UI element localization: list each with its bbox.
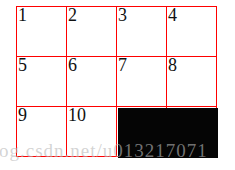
cell-number: 7 [118, 55, 127, 77]
watermark-text: og.csdn.net/u013217071 [0, 141, 208, 160]
cell-number: 10 [68, 105, 86, 127]
grid-cell-8: 8 [167, 57, 217, 107]
grid-cell-6: 6 [67, 57, 117, 107]
cell-number: 6 [68, 55, 77, 77]
grid-cell-5: 5 [17, 57, 67, 107]
cell-number: 5 [18, 55, 27, 77]
cell-number: 9 [18, 105, 27, 127]
grid-cell-2: 2 [67, 7, 117, 57]
cell-number: 3 [118, 5, 127, 27]
cell-number: 4 [168, 5, 177, 27]
grid-cell-7: 7 [117, 57, 167, 107]
grid-cell-3: 3 [117, 7, 167, 57]
grid-cell-4: 4 [167, 7, 217, 57]
cell-number: 2 [68, 5, 77, 27]
cell-number: 1 [18, 5, 27, 27]
grid-cell-1: 1 [17, 7, 67, 57]
cell-number: 8 [168, 55, 177, 77]
grid-diagram: 1 2 3 4 5 6 7 8 9 10 og.csdn.net/u013217… [0, 0, 235, 170]
